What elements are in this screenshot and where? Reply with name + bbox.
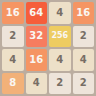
tile-16: 16 (2, 2, 24, 24)
tile-2: 2 (73, 73, 95, 95)
tile-4: 4 (73, 49, 95, 71)
tile-2: 2 (49, 73, 71, 95)
tile-256: 256 (49, 26, 71, 48)
tile-32: 32 (26, 26, 48, 48)
tile-2: 2 (2, 26, 24, 48)
tile-16: 16 (26, 49, 48, 71)
tile-4: 4 (49, 2, 71, 24)
tile-4: 4 (49, 49, 71, 71)
tile-64: 64 (26, 2, 48, 24)
tile-4: 4 (26, 73, 48, 95)
tile-4: 4 (2, 49, 24, 71)
board-2048[interactable]: 16644162322562416448422 (0, 0, 96, 96)
tile-2: 2 (73, 26, 95, 48)
tile-16: 16 (73, 2, 95, 24)
tile-8: 8 (2, 73, 24, 95)
